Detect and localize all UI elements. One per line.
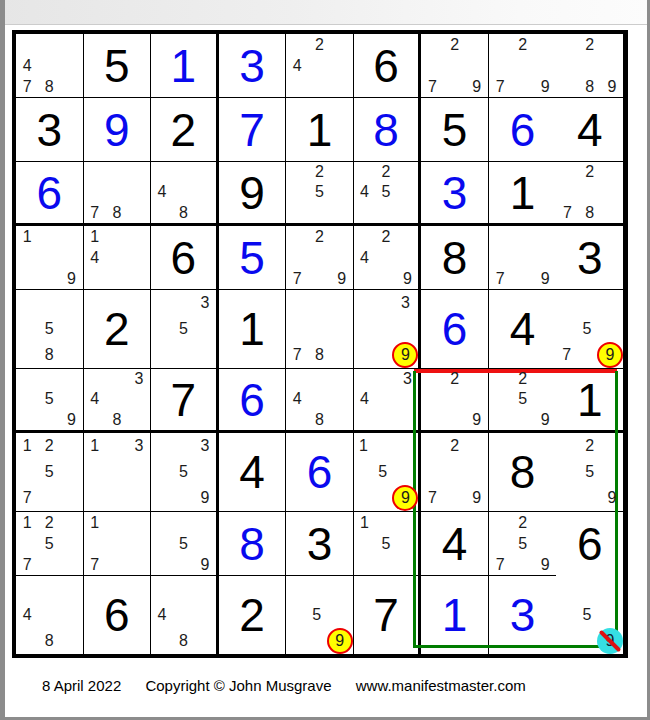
cell-r2c3[interactable]: 2: [151, 98, 219, 162]
candidate-4: 4: [354, 182, 376, 202]
cell-r9c3[interactable]: 48: [151, 576, 219, 654]
entered-digit: 8: [373, 107, 399, 153]
candidates: 25: [286, 162, 353, 223]
candidate-8: 8: [38, 628, 60, 654]
cell-r9c6[interactable]: 7: [354, 576, 422, 654]
candidate-2: 2: [444, 433, 466, 459]
candidates: 2579: [489, 512, 557, 575]
cell-r5c1[interactable]: 58: [16, 290, 84, 369]
candidate-8: 8: [308, 342, 330, 368]
cell-r4c8[interactable]: 79: [489, 226, 557, 290]
candidates: 48: [151, 162, 216, 223]
candidate-5: 5: [173, 533, 195, 554]
candidate-9: 9: [534, 268, 557, 289]
candidates: 79: [489, 226, 557, 289]
candidate-5: 5: [308, 182, 330, 202]
candidate-4: 4: [286, 55, 308, 76]
cell-r7c1[interactable]: 1257: [16, 433, 84, 512]
cell-r6c4[interactable]: 6: [219, 369, 287, 433]
cell-r5c9[interactable]: 579: [556, 290, 624, 369]
cell-r5c8[interactable]: 4: [489, 290, 557, 369]
cell-r1c3[interactable]: 1: [151, 34, 219, 98]
candidates: 1257: [16, 512, 83, 575]
candidate-4: 4: [354, 247, 376, 268]
cell-r2c6[interactable]: 8: [354, 98, 422, 162]
candidates: 59: [151, 512, 216, 575]
cell-r6c3[interactable]: 7: [151, 369, 219, 433]
cell-r8c4[interactable]: 8: [219, 512, 287, 576]
candidate-1: 1: [354, 512, 376, 533]
cell-r8c6[interactable]: 15: [354, 512, 422, 576]
cell-r6c8[interactable]: 259: [489, 369, 557, 433]
cell-r4c6[interactable]: 249: [354, 226, 422, 290]
candidate-7: 7: [84, 203, 106, 223]
given-digit: 8: [442, 235, 468, 281]
candidates: 34: [354, 369, 419, 430]
candidate-2: 2: [511, 369, 534, 389]
cell-r9c9[interactable]: 59: [556, 576, 624, 654]
given-digit: 6: [373, 43, 399, 89]
cell-r4c2[interactable]: 14: [84, 226, 152, 290]
candidate-1: 1: [354, 433, 373, 459]
candidates: 245: [354, 162, 419, 223]
candidates: 478: [16, 34, 83, 97]
cell-r4c4[interactable]: 5: [219, 226, 287, 290]
cell-r5c6[interactable]: 39: [354, 290, 422, 369]
cell-r9c7[interactable]: 1: [421, 576, 489, 654]
cell-r7c9[interactable]: 259: [556, 433, 624, 512]
candidate-7: 7: [421, 76, 443, 97]
given-digit: 8: [510, 449, 536, 495]
given-digit: 5: [442, 107, 468, 153]
cell-r5c3[interactable]: 35: [151, 290, 219, 369]
candidates: 579: [556, 290, 623, 368]
cell-r6c5[interactable]: 48: [286, 369, 354, 433]
candidate-9: 9: [466, 76, 488, 97]
entered-digit: 3: [239, 43, 265, 89]
candidates: 58: [16, 290, 83, 368]
window-top-bar: [0, 0, 650, 25]
cell-r7c4[interactable]: 4: [219, 433, 287, 512]
candidate-7: 7: [556, 203, 578, 223]
given-digit: 3: [36, 107, 62, 153]
cell-r2c2[interactable]: 9: [84, 98, 152, 162]
cell-r7c2[interactable]: 13: [84, 433, 152, 512]
given-digit: 6: [577, 521, 603, 567]
cell-r3c5[interactable]: 25: [286, 162, 354, 226]
candidate-9: 9: [601, 76, 623, 97]
candidate-4: 4: [84, 247, 106, 268]
candidate-7: 7: [286, 342, 308, 368]
candidate-2: 2: [308, 34, 330, 55]
candidate-3: 3: [194, 290, 216, 316]
candidate-2: 2: [38, 512, 60, 533]
given-digit: 7: [373, 592, 399, 638]
cell-r5c5[interactable]: 78: [286, 290, 354, 369]
cell-r5c4[interactable]: 1: [219, 290, 287, 369]
candidate-2: 2: [579, 162, 601, 182]
candidate-2: 2: [444, 369, 466, 389]
given-digit: 1: [239, 306, 265, 352]
cell-r9c4[interactable]: 2: [219, 576, 287, 654]
candidate-8: 8: [173, 203, 195, 223]
cell-r4c7[interactable]: 8: [421, 226, 489, 290]
candidate-8: 8: [38, 342, 60, 368]
cell-r3c8[interactable]: 1: [489, 162, 557, 226]
cell-r8c1[interactable]: 1257: [16, 512, 84, 576]
candidate-5: 5: [38, 533, 60, 554]
given-digit: 1: [510, 170, 536, 216]
circled-candidate-9: 9: [327, 628, 353, 654]
cell-r3c2[interactable]: 78: [84, 162, 152, 226]
candidates: 278: [556, 162, 623, 223]
candidate-7: 7: [489, 76, 512, 97]
cell-r1c7[interactable]: 279: [421, 34, 489, 98]
cell-r1c9[interactable]: 289: [556, 34, 624, 98]
candidates: 59: [16, 369, 83, 430]
candidates: 15: [354, 512, 419, 575]
cell-r4c1[interactable]: 19: [16, 226, 84, 290]
candidates: 279: [421, 34, 488, 97]
cell-r6c9[interactable]: 1: [556, 369, 624, 433]
candidates: 39: [354, 290, 419, 368]
cell-r2c4[interactable]: 7: [219, 98, 287, 162]
cell-r5c2[interactable]: 2: [84, 290, 152, 369]
given-digit: 2: [239, 592, 265, 638]
candidate-5: 5: [511, 533, 534, 554]
cell-r6c2[interactable]: 348: [84, 369, 152, 433]
entered-digit: 1: [171, 43, 197, 89]
candidate-5: 5: [375, 182, 397, 202]
candidates: 279: [286, 226, 353, 289]
candidates: 259: [489, 369, 557, 430]
candidate-7: 7: [489, 554, 512, 575]
entered-digit: 5: [239, 235, 265, 281]
candidate-8: 8: [106, 203, 128, 223]
cell-r1c8[interactable]: 279: [489, 34, 557, 98]
candidate-2: 2: [511, 512, 534, 533]
candidate-4: 4: [286, 389, 308, 409]
cell-r1c4[interactable]: 3: [219, 34, 287, 98]
candidate-1: 1: [84, 433, 106, 459]
candidate-8: 8: [38, 76, 60, 97]
entered-digit: 6: [36, 170, 62, 216]
given-digit: 7: [171, 377, 197, 423]
candidate-7: 7: [556, 342, 576, 368]
entered-digit: 9: [104, 107, 130, 153]
given-digit: 1: [307, 107, 333, 153]
candidate-7: 7: [489, 268, 512, 289]
cell-r7c7[interactable]: 279: [421, 433, 489, 512]
candidate-9: 9: [466, 410, 488, 430]
cell-r9c1[interactable]: 48: [16, 576, 84, 654]
entered-digit: 6: [307, 449, 333, 495]
candidate-3: 3: [392, 290, 418, 316]
candidate-5: 5: [173, 459, 195, 485]
candidates: 249: [354, 226, 419, 289]
cell-r1c5[interactable]: 24: [286, 34, 354, 98]
entered-digit: 7: [239, 107, 265, 153]
candidate-5: 5: [375, 533, 397, 554]
cell-r3c7[interactable]: 3: [421, 162, 489, 226]
entered-digit: 3: [442, 170, 468, 216]
candidate-5: 5: [577, 316, 597, 342]
circled-candidate-9: 9: [597, 342, 623, 368]
candidates: 359: [151, 433, 216, 511]
given-digit: 2: [171, 107, 197, 153]
entered-digit: 6: [510, 107, 536, 153]
cell-r5c7[interactable]: 6: [421, 290, 489, 369]
candidate-5: 5: [579, 459, 601, 485]
candidate-9: 9: [466, 485, 488, 511]
cell-r8c7[interactable]: 4: [421, 512, 489, 576]
cell-r6c7[interactable]: 29: [421, 369, 489, 433]
cell-r6c6[interactable]: 34: [354, 369, 422, 433]
candidates: 159: [354, 433, 419, 511]
candidate-5: 5: [577, 602, 597, 628]
cell-r3c9[interactable]: 278: [556, 162, 624, 226]
candidate-3: 3: [397, 369, 419, 389]
candidate-9: 9: [601, 485, 623, 511]
entered-digit: 6: [239, 377, 265, 423]
candidate-5: 5: [38, 459, 60, 485]
given-digit: 5: [104, 43, 130, 89]
sudoku-grid: 4785132462792792893927185646784892524531…: [12, 30, 628, 658]
cell-r4c9[interactable]: 3: [556, 226, 624, 290]
given-digit: 4: [510, 306, 536, 352]
cell-r9c5[interactable]: 59: [286, 576, 354, 654]
given-digit: 6: [171, 235, 197, 281]
candidate-1: 1: [16, 512, 38, 533]
candidate-7: 7: [16, 554, 38, 575]
candidates: 48: [151, 576, 216, 654]
candidate-2: 2: [308, 226, 330, 247]
given-digit: 6: [104, 592, 130, 638]
entered-digit: 8: [239, 521, 265, 567]
candidate-2: 2: [375, 162, 397, 182]
given-digit: 4: [442, 521, 468, 567]
cell-r7c5[interactable]: 6: [286, 433, 354, 512]
candidates: 17: [84, 512, 151, 575]
footer-site: www.manifestmaster.com: [356, 677, 526, 694]
candidate-2: 2: [38, 433, 60, 459]
candidates: 29: [421, 369, 488, 430]
candidate-5: 5: [373, 459, 392, 485]
given-digit: 1: [577, 377, 603, 423]
candidates: 48: [16, 576, 83, 654]
candidates: 14: [84, 226, 151, 289]
given-digit: 4: [239, 449, 265, 495]
cell-r3c1[interactable]: 6: [16, 162, 84, 226]
candidate-8: 8: [579, 76, 601, 97]
candidate-4: 4: [16, 602, 38, 628]
candidate-9: 9: [194, 485, 216, 511]
candidate-4: 4: [16, 55, 38, 76]
candidate-7: 7: [16, 76, 38, 97]
candidates: 279: [489, 34, 557, 97]
candidate-2: 2: [308, 162, 330, 182]
candidate-1: 1: [16, 226, 38, 247]
candidate-3: 3: [128, 433, 150, 459]
candidates: 78: [84, 162, 151, 223]
candidates: 48: [286, 369, 353, 430]
candidate-9: 9: [534, 410, 557, 430]
candidate-7: 7: [84, 554, 106, 575]
candidate-9: 9: [60, 410, 82, 430]
cell-r3c4[interactable]: 9: [219, 162, 287, 226]
cell-r8c2[interactable]: 17: [84, 512, 152, 576]
cell-r3c6[interactable]: 245: [354, 162, 422, 226]
candidate-5: 5: [173, 316, 195, 342]
cell-r1c2[interactable]: 5: [84, 34, 152, 98]
cell-r2c9[interactable]: 4: [556, 98, 624, 162]
candidate-9: 9: [397, 268, 419, 289]
cell-r3c3[interactable]: 48: [151, 162, 219, 226]
candidates: 13: [84, 433, 151, 511]
candidate-2: 2: [579, 433, 601, 459]
candidate-9: 9: [331, 268, 353, 289]
candidate-4: 4: [84, 389, 106, 409]
cell-r2c1[interactable]: 3: [16, 98, 84, 162]
candidate-2: 2: [511, 34, 534, 55]
cell-r4c3[interactable]: 6: [151, 226, 219, 290]
cell-r2c8[interactable]: 6: [489, 98, 557, 162]
cell-r8c5[interactable]: 3: [286, 512, 354, 576]
candidate-1: 1: [16, 433, 38, 459]
candidates: 289: [556, 34, 623, 97]
given-digit: 3: [577, 235, 603, 281]
given-digit: 2: [104, 306, 130, 352]
entered-digit: 3: [510, 592, 536, 638]
cell-r7c8[interactable]: 8: [489, 433, 557, 512]
cell-r2c7[interactable]: 5: [421, 98, 489, 162]
footer-date: 8 April 2022: [42, 677, 121, 694]
candidate-2: 2: [444, 34, 466, 55]
candidate-1: 1: [84, 512, 106, 533]
cell-r1c1[interactable]: 478: [16, 34, 84, 98]
candidate-8: 8: [106, 410, 128, 430]
candidate-3: 3: [194, 433, 216, 459]
given-digit: 4: [577, 107, 603, 153]
entered-digit: 1: [442, 592, 468, 638]
candidate-8: 8: [308, 410, 330, 430]
given-digit: 3: [307, 521, 333, 567]
cell-r6c1[interactable]: 59: [16, 369, 84, 433]
candidate-7: 7: [286, 268, 308, 289]
cell-r4c5[interactable]: 279: [286, 226, 354, 290]
candidate-9: 9: [194, 554, 216, 575]
candidate-5: 5: [511, 389, 534, 409]
cell-r8c3[interactable]: 59: [151, 512, 219, 576]
candidate-4: 4: [151, 182, 173, 202]
cell-r9c2[interactable]: 6: [84, 576, 152, 654]
candidates: 78: [286, 290, 353, 368]
cell-r1c6[interactable]: 6: [354, 34, 422, 98]
candidate-2: 2: [375, 226, 397, 247]
footer-copyright: Copyright © John Musgrave: [145, 677, 331, 694]
candidates: 35: [151, 290, 216, 368]
given-digit: 9: [239, 170, 265, 216]
cell-r8c9[interactable]: 6: [556, 512, 624, 576]
candidates: 348: [84, 369, 151, 430]
footer: 8 April 2022 Copyright © John Musgrave w…: [42, 677, 546, 694]
candidates: 24: [286, 34, 353, 97]
candidates: 59: [286, 576, 353, 654]
candidates: 19: [16, 226, 83, 289]
candidate-1: 1: [84, 226, 106, 247]
candidate-8: 8: [173, 628, 195, 654]
candidate-3: 3: [128, 369, 150, 389]
cell-r7c6[interactable]: 159: [354, 433, 422, 512]
cell-r7c3[interactable]: 359: [151, 433, 219, 512]
candidate-8: 8: [579, 203, 601, 223]
candidate-5: 5: [306, 602, 326, 628]
candidate-4: 4: [151, 602, 173, 628]
eliminated-candidate-9: 9: [597, 628, 623, 654]
circled-candidate-9: 9: [392, 485, 418, 511]
window-edge-left: [0, 0, 5, 720]
candidate-5: 5: [38, 389, 60, 409]
candidate-9: 9: [60, 268, 82, 289]
candidate-7: 7: [421, 485, 443, 511]
cell-r2c5[interactable]: 1: [286, 98, 354, 162]
cell-r8c8[interactable]: 2579: [489, 512, 557, 576]
candidates: 59: [556, 576, 623, 654]
candidate-9: 9: [534, 554, 557, 575]
candidates: 1257: [16, 433, 83, 511]
candidate-5: 5: [38, 316, 60, 342]
candidates: 259: [556, 433, 623, 511]
entered-digit: 6: [442, 306, 468, 352]
cell-r9c8[interactable]: 3: [489, 576, 557, 654]
candidate-4: 4: [354, 389, 376, 409]
circled-candidate-9: 9: [392, 342, 418, 368]
candidate-2: 2: [579, 34, 601, 55]
candidates: 279: [421, 433, 488, 511]
candidate-7: 7: [16, 485, 38, 511]
candidate-9: 9: [534, 76, 557, 97]
